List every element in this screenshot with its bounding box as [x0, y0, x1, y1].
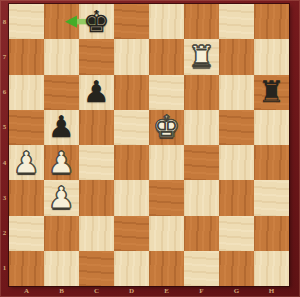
square-c7[interactable]: [79, 39, 114, 74]
square-a8[interactable]: [9, 4, 44, 39]
square-f7[interactable]: ♜: [184, 39, 219, 74]
square-c2[interactable]: [79, 216, 114, 251]
square-h8[interactable]: [254, 4, 289, 39]
piece-black-rook[interactable]: ♜: [258, 77, 285, 107]
square-e4[interactable]: [149, 145, 184, 180]
square-e5[interactable]: ♚: [149, 110, 184, 145]
file-label-a: A: [9, 286, 44, 297]
piece-white-pawn[interactable]: ♟: [48, 148, 75, 178]
square-b5[interactable]: ♟: [44, 110, 79, 145]
square-d4[interactable]: [114, 145, 149, 180]
square-d5[interactable]: [114, 110, 149, 145]
piece-white-rook[interactable]: ♜: [188, 42, 215, 72]
square-f4[interactable]: [184, 145, 219, 180]
square-g3[interactable]: [219, 180, 254, 215]
square-a5[interactable]: [9, 110, 44, 145]
square-f6[interactable]: [184, 75, 219, 110]
piece-black-pawn[interactable]: ♟: [83, 77, 110, 107]
file-label-c: C: [79, 286, 114, 297]
square-c1[interactable]: [79, 251, 114, 286]
square-d6[interactable]: [114, 75, 149, 110]
square-e8[interactable]: [149, 4, 184, 39]
square-b2[interactable]: [44, 216, 79, 251]
square-a7[interactable]: [9, 39, 44, 74]
piece-black-pawn[interactable]: ♟: [48, 112, 75, 142]
rank-label-4: 4: [0, 145, 9, 180]
square-g7[interactable]: [219, 39, 254, 74]
square-b6[interactable]: [44, 75, 79, 110]
square-g6[interactable]: [219, 75, 254, 110]
square-f2[interactable]: [184, 216, 219, 251]
chess-board-frame: ♚♜♟♜♟♚♟♟♟ 8A7B6C5D4E3F2G1H: [0, 0, 300, 297]
square-e7[interactable]: [149, 39, 184, 74]
square-c6[interactable]: ♟: [79, 75, 114, 110]
piece-white-pawn[interactable]: ♟: [48, 183, 75, 213]
square-d7[interactable]: [114, 39, 149, 74]
square-h2[interactable]: [254, 216, 289, 251]
square-f5[interactable]: [184, 110, 219, 145]
piece-white-king[interactable]: ♚: [153, 112, 180, 142]
square-h6[interactable]: ♜: [254, 75, 289, 110]
rank-label-3: 3: [0, 180, 9, 215]
piece-black-king[interactable]: ♚: [83, 7, 110, 37]
square-h5[interactable]: [254, 110, 289, 145]
square-a4[interactable]: ♟: [9, 145, 44, 180]
file-label-h: H: [254, 286, 289, 297]
square-f8[interactable]: [184, 4, 219, 39]
square-h7[interactable]: [254, 39, 289, 74]
square-b3[interactable]: ♟: [44, 180, 79, 215]
square-g8[interactable]: [219, 4, 254, 39]
square-c4[interactable]: [79, 145, 114, 180]
square-b4[interactable]: ♟: [44, 145, 79, 180]
rank-label-1: 1: [0, 251, 9, 286]
rank-label-5: 5: [0, 110, 9, 145]
square-b7[interactable]: [44, 39, 79, 74]
square-e1[interactable]: [149, 251, 184, 286]
square-c3[interactable]: [79, 180, 114, 215]
square-a1[interactable]: [9, 251, 44, 286]
square-h3[interactable]: [254, 180, 289, 215]
square-d2[interactable]: [114, 216, 149, 251]
rank-label-8: 8: [0, 4, 9, 39]
square-g4[interactable]: [219, 145, 254, 180]
square-a6[interactable]: [9, 75, 44, 110]
file-label-b: B: [44, 286, 79, 297]
rank-label-2: 2: [0, 216, 9, 251]
square-h1[interactable]: [254, 251, 289, 286]
square-e6[interactable]: [149, 75, 184, 110]
rank-label-7: 7: [0, 39, 9, 74]
square-g1[interactable]: [219, 251, 254, 286]
square-e2[interactable]: [149, 216, 184, 251]
square-b1[interactable]: [44, 251, 79, 286]
square-d3[interactable]: [114, 180, 149, 215]
square-h4[interactable]: [254, 145, 289, 180]
square-g5[interactable]: [219, 110, 254, 145]
file-label-e: E: [149, 286, 184, 297]
chess-board: ♚♜♟♜♟♚♟♟♟: [9, 4, 289, 286]
square-g2[interactable]: [219, 216, 254, 251]
square-a3[interactable]: [9, 180, 44, 215]
square-c8[interactable]: ♚: [79, 4, 114, 39]
rank-label-6: 6: [0, 75, 9, 110]
piece-white-pawn[interactable]: ♟: [13, 148, 40, 178]
square-b8[interactable]: [44, 4, 79, 39]
file-label-d: D: [114, 286, 149, 297]
square-e3[interactable]: [149, 180, 184, 215]
file-label-f: F: [184, 286, 219, 297]
square-f1[interactable]: [184, 251, 219, 286]
square-d8[interactable]: [114, 4, 149, 39]
square-f3[interactable]: [184, 180, 219, 215]
square-a2[interactable]: [9, 216, 44, 251]
file-label-g: G: [219, 286, 254, 297]
square-d1[interactable]: [114, 251, 149, 286]
square-c5[interactable]: [79, 110, 114, 145]
